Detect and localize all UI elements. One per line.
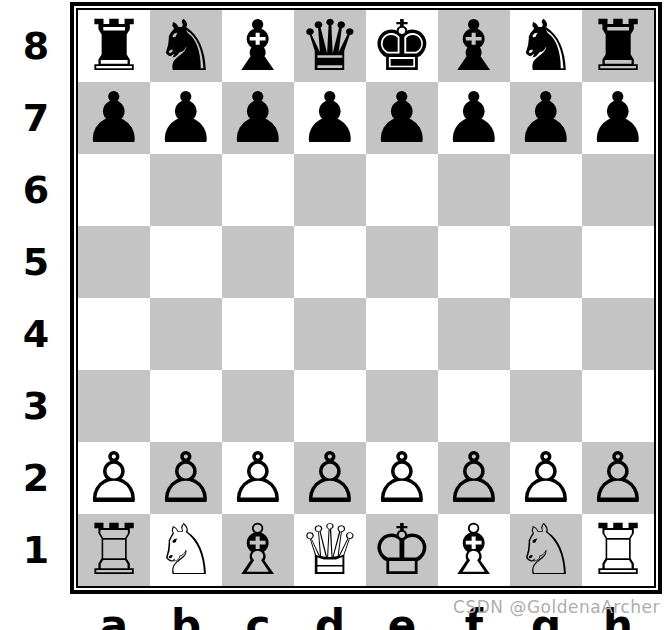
- square-d2[interactable]: ♙: [294, 442, 366, 514]
- square-f8[interactable]: ♝: [438, 10, 510, 82]
- square-e7[interactable]: ♟: [366, 82, 438, 154]
- square-h7[interactable]: ♟: [582, 82, 654, 154]
- square-h8[interactable]: ♜: [582, 10, 654, 82]
- square-h6[interactable]: [582, 154, 654, 226]
- square-c2[interactable]: ♙: [222, 442, 294, 514]
- square-f7[interactable]: ♟: [438, 82, 510, 154]
- square-b2[interactable]: ♙: [150, 442, 222, 514]
- square-a8[interactable]: ♜: [78, 10, 150, 82]
- square-b3[interactable]: [150, 370, 222, 442]
- csdn-watermark: CSDN @GoldenaArcher: [453, 597, 660, 617]
- square-c8[interactable]: ♝: [222, 10, 294, 82]
- square-g5[interactable]: [510, 226, 582, 298]
- square-a1[interactable]: ♖: [78, 514, 150, 586]
- square-d4[interactable]: [294, 298, 366, 370]
- square-c5[interactable]: [222, 226, 294, 298]
- chess-board-frame: ♜♞♝♛♚♝♞♜♟♟♟♟♟♟♟♟♙♙♙♙♙♙♙♙♖♘♗♕♔♗♘♖: [70, 2, 662, 594]
- square-e6[interactable]: [366, 154, 438, 226]
- square-c6[interactable]: [222, 154, 294, 226]
- rank-label-8: 8: [12, 10, 60, 82]
- square-f4[interactable]: [438, 298, 510, 370]
- square-d6[interactable]: [294, 154, 366, 226]
- file-label-d: d: [294, 604, 366, 630]
- rank-label-6: 6: [12, 154, 60, 226]
- rank-label-4: 4: [12, 298, 60, 370]
- file-label-e: e: [366, 604, 438, 630]
- file-label-a: a: [78, 604, 150, 630]
- file-label-b: b: [150, 604, 222, 630]
- square-g7[interactable]: ♟: [510, 82, 582, 154]
- square-h1[interactable]: ♖: [582, 514, 654, 586]
- square-a7[interactable]: ♟: [78, 82, 150, 154]
- square-a5[interactable]: [78, 226, 150, 298]
- square-h5[interactable]: [582, 226, 654, 298]
- square-f1[interactable]: ♗: [438, 514, 510, 586]
- square-g3[interactable]: [510, 370, 582, 442]
- square-a3[interactable]: [78, 370, 150, 442]
- square-e2[interactable]: ♙: [366, 442, 438, 514]
- rank-label-2: 2: [12, 442, 60, 514]
- chess-board: ♜♞♝♛♚♝♞♜♟♟♟♟♟♟♟♟♙♙♙♙♙♙♙♙♖♘♗♕♔♗♘♖: [78, 10, 654, 586]
- square-d3[interactable]: [294, 370, 366, 442]
- square-g8[interactable]: ♞: [510, 10, 582, 82]
- square-e4[interactable]: [366, 298, 438, 370]
- square-e8[interactable]: ♚: [366, 10, 438, 82]
- rank-label-7: 7: [12, 82, 60, 154]
- square-c4[interactable]: [222, 298, 294, 370]
- square-h3[interactable]: [582, 370, 654, 442]
- square-h4[interactable]: [582, 298, 654, 370]
- square-a4[interactable]: [78, 298, 150, 370]
- rank-label-3: 3: [12, 370, 60, 442]
- square-h2[interactable]: ♙: [582, 442, 654, 514]
- square-b7[interactable]: ♟: [150, 82, 222, 154]
- square-c7[interactable]: ♟: [222, 82, 294, 154]
- rank-labels-column: 87654321: [12, 10, 60, 586]
- square-d7[interactable]: ♟: [294, 82, 366, 154]
- rank-label-5: 5: [12, 226, 60, 298]
- square-b6[interactable]: [150, 154, 222, 226]
- square-f2[interactable]: ♙: [438, 442, 510, 514]
- square-d5[interactable]: [294, 226, 366, 298]
- square-c1[interactable]: ♗: [222, 514, 294, 586]
- square-e1[interactable]: ♔: [366, 514, 438, 586]
- square-f6[interactable]: [438, 154, 510, 226]
- square-g2[interactable]: ♙: [510, 442, 582, 514]
- square-b5[interactable]: [150, 226, 222, 298]
- square-d1[interactable]: ♕: [294, 514, 366, 586]
- square-d8[interactable]: ♛: [294, 10, 366, 82]
- square-b1[interactable]: ♘: [150, 514, 222, 586]
- square-c3[interactable]: [222, 370, 294, 442]
- square-e5[interactable]: [366, 226, 438, 298]
- square-b4[interactable]: [150, 298, 222, 370]
- square-a6[interactable]: [78, 154, 150, 226]
- square-a2[interactable]: ♙: [78, 442, 150, 514]
- square-f3[interactable]: [438, 370, 510, 442]
- square-g6[interactable]: [510, 154, 582, 226]
- square-g1[interactable]: ♘: [510, 514, 582, 586]
- square-g4[interactable]: [510, 298, 582, 370]
- chess-board-inner-frame: ♜♞♝♛♚♝♞♜♟♟♟♟♟♟♟♟♙♙♙♙♙♙♙♙♖♘♗♕♔♗♘♖: [76, 8, 656, 588]
- square-b8[interactable]: ♞: [150, 10, 222, 82]
- rank-label-1: 1: [12, 514, 60, 586]
- file-label-c: c: [222, 604, 294, 630]
- square-e3[interactable]: [366, 370, 438, 442]
- square-f5[interactable]: [438, 226, 510, 298]
